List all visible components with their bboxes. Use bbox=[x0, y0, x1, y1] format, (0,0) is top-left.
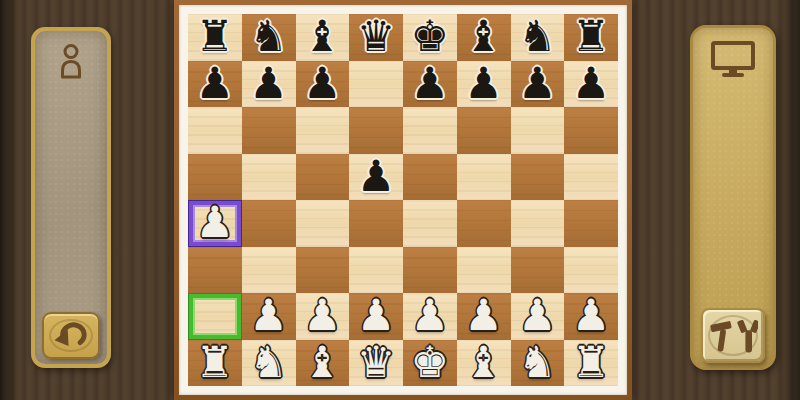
square-g6[interactable] bbox=[511, 107, 565, 154]
square-h5[interactable] bbox=[564, 154, 618, 201]
square-a5[interactable] bbox=[188, 154, 242, 201]
square-h8[interactable]: ♜ bbox=[564, 14, 618, 61]
square-g8[interactable]: ♞ bbox=[511, 14, 565, 61]
black-queen-d8[interactable]: ♛ bbox=[357, 13, 396, 59]
square-e5[interactable] bbox=[403, 154, 457, 201]
square-g1[interactable]: ♞ bbox=[511, 340, 565, 387]
hammer-wrench-icon bbox=[708, 317, 758, 355]
black-bishop-f8[interactable]: ♝ bbox=[464, 13, 503, 59]
white-knight-b1[interactable]: ♞ bbox=[249, 339, 288, 385]
white-queen-d1[interactable]: ♛ bbox=[357, 339, 396, 385]
square-h3[interactable] bbox=[564, 247, 618, 294]
black-pawn-f7[interactable]: ♟ bbox=[464, 60, 503, 106]
square-b7[interactable]: ♟ bbox=[242, 61, 296, 108]
white-king-e1[interactable]: ♚ bbox=[411, 339, 450, 385]
black-pawn-d5[interactable]: ♟ bbox=[357, 153, 396, 199]
square-e2[interactable]: ♟ bbox=[403, 293, 457, 340]
white-pawn-f2[interactable]: ♟ bbox=[464, 292, 503, 338]
white-pawn-g2[interactable]: ♟ bbox=[518, 292, 557, 338]
square-c4[interactable] bbox=[296, 200, 350, 247]
square-c5[interactable] bbox=[296, 154, 350, 201]
player-panel-human bbox=[31, 27, 111, 368]
square-f6[interactable] bbox=[457, 107, 511, 154]
black-knight-g8[interactable]: ♞ bbox=[518, 13, 557, 59]
square-a4[interactable]: ♟ bbox=[188, 200, 242, 247]
square-e3[interactable] bbox=[403, 247, 457, 294]
square-b4[interactable] bbox=[242, 200, 296, 247]
square-g3[interactable] bbox=[511, 247, 565, 294]
square-d7[interactable] bbox=[349, 61, 403, 108]
square-b6[interactable] bbox=[242, 107, 296, 154]
square-d6[interactable] bbox=[349, 107, 403, 154]
settings-button[interactable] bbox=[701, 308, 765, 363]
square-c7[interactable]: ♟ bbox=[296, 61, 350, 108]
square-a7[interactable]: ♟ bbox=[188, 61, 242, 108]
black-king-e8[interactable]: ♚ bbox=[411, 13, 450, 59]
square-f5[interactable] bbox=[457, 154, 511, 201]
player-panel-computer bbox=[690, 25, 776, 370]
square-c6[interactable] bbox=[296, 107, 350, 154]
black-pawn-h7[interactable]: ♟ bbox=[572, 60, 611, 106]
person-icon bbox=[58, 43, 84, 79]
square-g4[interactable] bbox=[511, 200, 565, 247]
square-h6[interactable] bbox=[564, 107, 618, 154]
square-h2[interactable]: ♟ bbox=[564, 293, 618, 340]
square-d2[interactable]: ♟ bbox=[349, 293, 403, 340]
white-bishop-f1[interactable]: ♝ bbox=[464, 339, 503, 385]
square-e6[interactable] bbox=[403, 107, 457, 154]
board-frame: ♜♞♝♛♚♝♞♜♟♟♟♟♟♟♟♟♟♟♟♟♟♟♟♟♜♞♝♛♚♝♞♜ bbox=[174, 0, 632, 400]
square-c1[interactable]: ♝ bbox=[296, 340, 350, 387]
square-a2[interactable] bbox=[188, 293, 242, 340]
undo-button[interactable] bbox=[42, 312, 100, 359]
square-c3[interactable] bbox=[296, 247, 350, 294]
white-pawn-d2[interactable]: ♟ bbox=[357, 292, 396, 338]
white-pawn-h2[interactable]: ♟ bbox=[572, 292, 611, 338]
square-a1[interactable]: ♜ bbox=[188, 340, 242, 387]
black-pawn-c7[interactable]: ♟ bbox=[303, 60, 342, 106]
square-c2[interactable]: ♟ bbox=[296, 293, 350, 340]
black-rook-h8[interactable]: ♜ bbox=[572, 13, 611, 59]
square-h1[interactable]: ♜ bbox=[564, 340, 618, 387]
square-a8[interactable]: ♜ bbox=[188, 14, 242, 61]
square-d5[interactable]: ♟ bbox=[349, 154, 403, 201]
square-a6[interactable] bbox=[188, 107, 242, 154]
square-f8[interactable]: ♝ bbox=[457, 14, 511, 61]
square-b8[interactable]: ♞ bbox=[242, 14, 296, 61]
white-pawn-a4[interactable]: ♟ bbox=[196, 199, 235, 245]
white-rook-a1[interactable]: ♜ bbox=[196, 339, 235, 385]
square-g7[interactable]: ♟ bbox=[511, 61, 565, 108]
undo-arrow-icon bbox=[50, 317, 92, 355]
square-d4[interactable] bbox=[349, 200, 403, 247]
white-rook-h1[interactable]: ♜ bbox=[572, 339, 611, 385]
white-bishop-c1[interactable]: ♝ bbox=[303, 339, 342, 385]
square-d1[interactable]: ♛ bbox=[349, 340, 403, 387]
square-d3[interactable] bbox=[349, 247, 403, 294]
square-b3[interactable] bbox=[242, 247, 296, 294]
square-b5[interactable] bbox=[242, 154, 296, 201]
monitor-icon bbox=[710, 40, 756, 78]
white-pawn-b2[interactable]: ♟ bbox=[249, 292, 288, 338]
square-e7[interactable]: ♟ bbox=[403, 61, 457, 108]
white-pawn-e2[interactable]: ♟ bbox=[411, 292, 450, 338]
black-pawn-g7[interactable]: ♟ bbox=[518, 60, 557, 106]
square-h4[interactable] bbox=[564, 200, 618, 247]
square-f7[interactable]: ♟ bbox=[457, 61, 511, 108]
black-pawn-b7[interactable]: ♟ bbox=[249, 60, 288, 106]
square-f1[interactable]: ♝ bbox=[457, 340, 511, 387]
black-knight-b8[interactable]: ♞ bbox=[249, 13, 288, 59]
black-pawn-e7[interactable]: ♟ bbox=[411, 60, 450, 106]
square-b2[interactable]: ♟ bbox=[242, 293, 296, 340]
square-c8[interactable]: ♝ bbox=[296, 14, 350, 61]
square-g5[interactable] bbox=[511, 154, 565, 201]
square-b1[interactable]: ♞ bbox=[242, 340, 296, 387]
square-e8[interactable]: ♚ bbox=[403, 14, 457, 61]
square-f3[interactable] bbox=[457, 247, 511, 294]
white-knight-g1[interactable]: ♞ bbox=[518, 339, 557, 385]
square-h7[interactable]: ♟ bbox=[564, 61, 618, 108]
square-e4[interactable] bbox=[403, 200, 457, 247]
square-e1[interactable]: ♚ bbox=[403, 340, 457, 387]
chess-board[interactable]: ♜♞♝♛♚♝♞♜♟♟♟♟♟♟♟♟♟♟♟♟♟♟♟♟♜♞♝♛♚♝♞♜ bbox=[188, 14, 618, 386]
square-a3[interactable] bbox=[188, 247, 242, 294]
white-pawn-c2[interactable]: ♟ bbox=[303, 292, 342, 338]
black-bishop-c8[interactable]: ♝ bbox=[303, 13, 342, 59]
black-rook-a8[interactable]: ♜ bbox=[196, 13, 235, 59]
black-pawn-a7[interactable]: ♟ bbox=[196, 60, 235, 106]
square-f2[interactable]: ♟ bbox=[457, 293, 511, 340]
square-f4[interactable] bbox=[457, 200, 511, 247]
square-g2[interactable]: ♟ bbox=[511, 293, 565, 340]
square-d8[interactable]: ♛ bbox=[349, 14, 403, 61]
